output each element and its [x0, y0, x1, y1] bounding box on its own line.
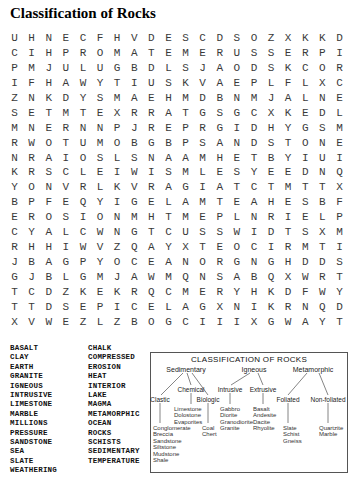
grid-cell: L	[74, 165, 91, 180]
grid-cell: S	[314, 121, 331, 136]
grid-cell: E	[297, 210, 314, 225]
grid-cell: M	[92, 270, 109, 285]
grid-cell: X	[263, 106, 280, 121]
grid-cell: T	[6, 285, 23, 300]
grid-cell: N	[74, 121, 91, 136]
grid-cell: T	[228, 180, 245, 195]
grid-cell: I	[74, 210, 91, 225]
grid-cell: K	[177, 76, 194, 91]
grid-cell: A	[280, 91, 297, 106]
grid-cell: A	[40, 151, 57, 166]
grid-cell: R	[331, 61, 348, 76]
grid-cell: O	[143, 315, 160, 330]
grid-cell: O	[92, 210, 109, 225]
grid-cell: M	[297, 240, 314, 255]
grid-cell: P	[177, 136, 194, 151]
grid-cell: B	[126, 315, 143, 330]
grid-cell: N	[109, 210, 126, 225]
grid-cell: B	[314, 195, 331, 210]
list-item: INTRUSIVE	[10, 391, 57, 400]
grid-cell: E	[280, 165, 297, 180]
diagram-title: CLASSIFICATION OF ROCKS	[151, 355, 347, 364]
grid-cell: L	[194, 165, 211, 180]
grid-cell: K	[74, 285, 91, 300]
grid-cell: S	[177, 31, 194, 46]
grid-cell: N	[23, 121, 40, 136]
grid-cell: C	[331, 76, 348, 91]
grid-cell: K	[263, 300, 280, 315]
grid-cell: O	[228, 61, 245, 76]
examples-clastic: ConglomerateBrecciaSandstoneSiltstoneMud…	[153, 425, 191, 463]
grid-cell: Y	[228, 285, 245, 300]
grid-cell: O	[109, 136, 126, 151]
grid-cell: D	[143, 61, 160, 76]
grid-cell: H	[160, 91, 177, 106]
grid-cell: O	[314, 61, 331, 76]
grid-cell: A	[177, 151, 194, 166]
grid-cell: O	[245, 31, 262, 46]
grid-cell: G	[143, 136, 160, 151]
grid-cell: V	[92, 240, 109, 255]
list-item: PRESSURE	[10, 429, 57, 438]
grid-cell: N	[40, 31, 57, 46]
grid-cell: M	[92, 136, 109, 151]
word-list-column-1: BASALTCLAYEARTHGRANITEIGNEOUSINTRUSIVELI…	[10, 344, 57, 476]
grid-cell: E	[194, 46, 211, 61]
grid-cell: P	[57, 46, 74, 61]
grid-cell: I	[228, 315, 245, 330]
grid-cell: O	[74, 151, 91, 166]
grid-cell: H	[211, 151, 228, 166]
grid-cell: G	[194, 106, 211, 121]
grid-cell: I	[57, 151, 74, 166]
grid-cell: M	[177, 165, 194, 180]
grid-cell: H	[40, 76, 57, 91]
grid-cell: H	[280, 255, 297, 270]
grid-cell: S	[297, 195, 314, 210]
grid-cell: G	[126, 195, 143, 210]
list-item: BASALT	[10, 344, 57, 353]
grid-cell: R	[280, 300, 297, 315]
grid-cell: P	[245, 76, 262, 91]
grid-cell: D	[40, 300, 57, 315]
grid-cell: S	[160, 76, 177, 91]
grid-cell: A	[211, 180, 228, 195]
grid-cell: G	[6, 270, 23, 285]
grid-cell: R	[23, 210, 40, 225]
grid-cell: E	[92, 165, 109, 180]
grid-cell: F	[23, 76, 40, 91]
grid-cell: N	[194, 270, 211, 285]
grid-cell: S	[6, 106, 23, 121]
grid-cell: A	[211, 136, 228, 151]
grid-cell: U	[314, 151, 331, 166]
grid-cell: X	[331, 180, 348, 195]
grid-cell: L	[160, 61, 177, 76]
grid-cell: M	[331, 225, 348, 240]
grid-cell: T	[143, 46, 160, 61]
node-foliated: Foliated	[276, 396, 299, 403]
grid-cell: H	[263, 121, 280, 136]
grid-cell: T	[314, 180, 331, 195]
word-list-column-2: CHALKCOMPRESSEDEROSIONHEATINTERIORLAKEMA…	[88, 344, 140, 466]
grid-cell: C	[245, 106, 262, 121]
list-item: LIMESTONE	[10, 400, 57, 409]
grid-cell: M	[177, 91, 194, 106]
grid-cell: C	[297, 61, 314, 76]
grid-cell: Y	[160, 240, 177, 255]
grid-cell: G	[228, 255, 245, 270]
list-item: Chert	[202, 431, 217, 437]
grid-cell: R	[297, 46, 314, 61]
grid-cell: O	[40, 136, 57, 151]
grid-cell: E	[331, 91, 348, 106]
grid-cell: C	[177, 315, 194, 330]
grid-cell: F	[40, 195, 57, 210]
grid-cell: Q	[126, 240, 143, 255]
grid-cell: V	[194, 76, 211, 91]
grid-cell: A	[126, 91, 143, 106]
grid-cell: C	[6, 46, 23, 61]
grid-cell: R	[143, 121, 160, 136]
grid-cell: B	[245, 270, 262, 285]
grid-cell: T	[263, 180, 280, 195]
list-item: Marble	[319, 431, 343, 437]
grid-cell: S	[177, 61, 194, 76]
grid-cell: A	[160, 180, 177, 195]
grid-cell: Y	[331, 285, 348, 300]
grid-cell: B	[263, 151, 280, 166]
grid-cell: U	[6, 31, 23, 46]
grid-cell: G	[194, 300, 211, 315]
grid-cell: E	[143, 255, 160, 270]
grid-cell: D	[245, 136, 262, 151]
grid-cell: R	[280, 240, 297, 255]
list-item: GRANITE	[10, 372, 57, 381]
grid-cell: I	[194, 315, 211, 330]
grid-cell: S	[263, 61, 280, 76]
grid-cell: C	[160, 285, 177, 300]
grid-cell: X	[6, 315, 23, 330]
grid-cell: M	[194, 151, 211, 166]
grid-cell: C	[74, 31, 91, 46]
grid-cell: X	[211, 300, 228, 315]
grid-cell: X	[314, 76, 331, 91]
grid-cell: T	[314, 240, 331, 255]
grid-cell: C	[57, 165, 74, 180]
grid-cell: E	[74, 300, 91, 315]
grid-cell: S	[194, 225, 211, 240]
grid-cell: D	[331, 300, 348, 315]
grid-cell: J	[263, 91, 280, 106]
grid-cell: L	[92, 180, 109, 195]
grid-cell: L	[160, 300, 177, 315]
grid-cell: S	[211, 225, 228, 240]
grid-cell: M	[109, 46, 126, 61]
grid-cell: W	[126, 165, 143, 180]
grid-cell: M	[126, 210, 143, 225]
grid-cell: R	[23, 165, 40, 180]
list-item: EROSION	[88, 363, 140, 372]
grid-cell: B	[126, 61, 143, 76]
grid-cell: E	[160, 121, 177, 136]
branch-sedimentary: Sedimentary	[166, 366, 205, 373]
grid-cell: M	[177, 46, 194, 61]
grid-cell: T	[280, 225, 297, 240]
grid-cell: E	[143, 195, 160, 210]
grid-cell: S	[57, 300, 74, 315]
grid-cell: C	[126, 255, 143, 270]
grid-cell: N	[228, 136, 245, 151]
grid-cell: V	[126, 31, 143, 46]
grid-cell: D	[245, 61, 262, 76]
grid-cell: W	[40, 315, 57, 330]
grid-cell: T	[40, 106, 57, 121]
node-extrusive: Extrusive	[250, 386, 277, 393]
grid-cell: D	[314, 255, 331, 270]
grid-cell: E	[6, 210, 23, 225]
grid-cell: Q	[314, 300, 331, 315]
grid-cell: N	[245, 210, 262, 225]
list-item: EARTH	[10, 363, 57, 372]
grid-cell: A	[297, 315, 314, 330]
grid-cell: H	[40, 240, 57, 255]
list-item: Gneiss	[283, 438, 302, 444]
grid-cell: E	[211, 165, 228, 180]
grid-cell: E	[143, 300, 160, 315]
examples-non-foliated: QuartziteMarble	[319, 425, 343, 438]
grid-cell: L	[297, 76, 314, 91]
grid-cell: O	[297, 136, 314, 151]
grid-cell: E	[57, 315, 74, 330]
grid-cell: F	[331, 195, 348, 210]
list-item: Andesite	[253, 412, 276, 418]
grid-cell: P	[211, 210, 228, 225]
grid-cell: J	[126, 121, 143, 136]
grid-cell: R	[6, 136, 23, 151]
grid-cell: S	[92, 91, 109, 106]
grid-cell: J	[23, 270, 40, 285]
grid-cell: R	[194, 121, 211, 136]
examples-intrusive: GabbroDioriteGranodioriteGranite	[220, 406, 253, 432]
grid-cell: D	[331, 31, 348, 46]
grid-cell: G	[57, 255, 74, 270]
grid-cell: S	[211, 106, 228, 121]
grid-cell: X	[245, 315, 262, 330]
grid-cell: X	[280, 270, 297, 285]
list-item: SCHISTS	[88, 438, 140, 447]
grid-cell: J	[40, 61, 57, 76]
branch-igneous: Igneous	[242, 366, 267, 373]
grid-cell: W	[23, 136, 40, 151]
grid-cell: I	[109, 195, 126, 210]
grid-cell: Y	[92, 195, 109, 210]
grid-cell: I	[331, 151, 348, 166]
grid-cell: B	[40, 270, 57, 285]
grid-cell: I	[109, 300, 126, 315]
grid-cell: R	[126, 106, 143, 121]
grid-cell: Z	[109, 315, 126, 330]
grid-cell: M	[194, 195, 211, 210]
grid-cell: D	[297, 255, 314, 270]
grid-cell: P	[109, 121, 126, 136]
list-item: Dolostone	[174, 412, 202, 418]
list-item: Granite	[220, 425, 253, 431]
node-non-foliated: Non-foliated	[310, 396, 345, 403]
grid-cell: W	[297, 270, 314, 285]
grid-cell: S	[263, 136, 280, 151]
grid-cell: R	[314, 270, 331, 285]
list-item: SANDSTONE	[10, 438, 57, 447]
grid-cell: T	[297, 180, 314, 195]
grid-cell: T	[280, 136, 297, 151]
grid-cell: T	[143, 225, 160, 240]
page-title: Classification of Rocks	[10, 5, 156, 22]
grid-cell: E	[57, 195, 74, 210]
grid-cell: W	[228, 225, 245, 240]
grid-cell: J	[109, 270, 126, 285]
grid-cell: C	[160, 225, 177, 240]
grid-cell: K	[109, 285, 126, 300]
grid-cell: Y	[6, 180, 23, 195]
grid-cell: I	[194, 180, 211, 195]
grid-cell: P	[23, 195, 40, 210]
grid-cell: A	[57, 76, 74, 91]
grid-cell: N	[6, 151, 23, 166]
grid-cell: N	[297, 300, 314, 315]
grid-cell: T	[211, 195, 228, 210]
grid-cell: V	[57, 180, 74, 195]
grid-cell: L	[74, 61, 91, 76]
grid-cell: K	[40, 91, 57, 106]
grid-cell: G	[109, 61, 126, 76]
list-item: CHALK	[88, 344, 140, 353]
grid-cell: T	[57, 136, 74, 151]
grid-cell: Q	[331, 165, 348, 180]
grid-cell: A	[160, 151, 177, 166]
grid-cell: A	[211, 61, 228, 76]
grid-cell: L	[160, 195, 177, 210]
grid-cell: E	[160, 46, 177, 61]
grid-cell: T	[331, 270, 348, 285]
grid-cell: U	[143, 76, 160, 91]
grid-cell: L	[57, 225, 74, 240]
grid-cell: W	[74, 240, 91, 255]
grid-cell: C	[194, 31, 211, 46]
grid-cell: E	[280, 46, 297, 61]
grid-cell: P	[177, 121, 194, 136]
grid-cell: N	[177, 255, 194, 270]
grid-cell: R	[6, 240, 23, 255]
grid-cell: T	[177, 106, 194, 121]
grid-cell: M	[57, 106, 74, 121]
grid-cell: E	[331, 136, 348, 151]
grid-cell: G	[74, 270, 91, 285]
grid-cell: D	[314, 106, 331, 121]
grid-cell: N	[314, 136, 331, 151]
grid-cell: R	[263, 210, 280, 225]
grid-cell: D	[143, 31, 160, 46]
grid-cell: D	[280, 285, 297, 300]
grid-cell: I	[228, 121, 245, 136]
grid-cell: J	[6, 255, 23, 270]
grid-cell: S	[160, 165, 177, 180]
grid-cell: O	[109, 255, 126, 270]
grid-cell: Y	[23, 225, 40, 240]
list-item: MILLIONS	[10, 419, 57, 428]
list-item: MAGMA	[88, 400, 140, 409]
grid-cell: M	[245, 91, 262, 106]
grid-cell: T	[160, 210, 177, 225]
grid-cell: W	[74, 76, 91, 91]
grid-cell: B	[211, 91, 228, 106]
grid-cell: E	[228, 195, 245, 210]
grid-cell: W	[280, 315, 297, 330]
grid-cell: K	[109, 180, 126, 195]
grid-cell: T	[23, 300, 40, 315]
grid-cell: M	[331, 121, 348, 136]
grid-cell: K	[263, 285, 280, 300]
grid-cell: K	[6, 165, 23, 180]
grid-cell: R	[143, 106, 160, 121]
grid-cell: U	[228, 46, 245, 61]
grid-cell: E	[40, 121, 57, 136]
grid-cell: X	[314, 225, 331, 240]
grid-cell: S	[263, 46, 280, 61]
grid-cell: B	[160, 136, 177, 151]
grid-cell: S	[126, 151, 143, 166]
grid-cell: I	[143, 165, 160, 180]
grid-cell: D	[245, 121, 262, 136]
grid-cell: I	[57, 240, 74, 255]
grid-cell: N	[40, 180, 57, 195]
grid-cell: E	[92, 285, 109, 300]
grid-cell: A	[211, 76, 228, 91]
grid-cell: X	[177, 240, 194, 255]
grid-cell: I	[263, 240, 280, 255]
list-item: IGNEOUS	[10, 382, 57, 391]
grid-cell: A	[40, 225, 57, 240]
grid-cell: G	[177, 180, 194, 195]
grid-cell: D	[57, 91, 74, 106]
grid-cell: H	[143, 210, 160, 225]
branch-metamorphic: Metamorphic	[293, 366, 333, 373]
grid-cell: E	[23, 106, 40, 121]
grid-cell: D	[40, 285, 57, 300]
grid-cell: L	[92, 315, 109, 330]
grid-cell: Y	[280, 121, 297, 136]
grid-cell: T	[109, 76, 126, 91]
grid-cell: E	[228, 151, 245, 166]
grid-cell: V	[23, 315, 40, 330]
grid-cell: R	[23, 151, 40, 166]
list-item: MARBLE	[10, 410, 57, 419]
grid-cell: Y	[92, 255, 109, 270]
list-item: Rhyolite	[253, 425, 276, 431]
grid-cell: S	[57, 210, 74, 225]
grid-cell: H	[40, 46, 57, 61]
grid-cell: G	[126, 225, 143, 240]
grid-cell: R	[211, 255, 228, 270]
grid-cell: M	[23, 61, 40, 76]
grid-cell: U	[92, 61, 109, 76]
grid-cell: E	[263, 165, 280, 180]
word-search-grid: UHNECFHVDESCDSOZXKKDCIHPROMATEMERUSSERPI…	[6, 31, 348, 330]
grid-cell: M	[160, 270, 177, 285]
grid-cell: R	[74, 46, 91, 61]
grid-cell: N	[143, 151, 160, 166]
grid-cell: B	[6, 195, 23, 210]
